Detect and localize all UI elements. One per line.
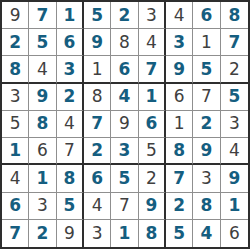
- cell-r9c5[interactable]: 1: [111, 220, 138, 247]
- cell-r6c5[interactable]: 3: [111, 138, 138, 165]
- cell-r7c6[interactable]: 2: [139, 165, 166, 192]
- cell-r9c3[interactable]: 9: [57, 220, 84, 247]
- cell-r5c8[interactable]: 2: [193, 111, 220, 138]
- cell-r7c4[interactable]: 6: [84, 165, 111, 192]
- cell-r4c5[interactable]: 4: [111, 84, 138, 111]
- cell-r6c9[interactable]: 4: [221, 138, 248, 165]
- cell-r2c1[interactable]: 2: [2, 29, 29, 56]
- cell-r3c3[interactable]: 3: [57, 56, 84, 83]
- cell-r1c2[interactable]: 7: [29, 2, 56, 29]
- cell-r4c1[interactable]: 3: [2, 84, 29, 111]
- cell-r5c6[interactable]: 6: [139, 111, 166, 138]
- cell-r7c8[interactable]: 3: [193, 165, 220, 192]
- cell-r3c8[interactable]: 5: [193, 56, 220, 83]
- cell-r2c3[interactable]: 6: [57, 29, 84, 56]
- cell-r1c8[interactable]: 6: [193, 2, 220, 29]
- cell-r9c7[interactable]: 5: [166, 220, 193, 247]
- cell-r6c2[interactable]: 6: [29, 138, 56, 165]
- cell-r5c4[interactable]: 7: [84, 111, 111, 138]
- cell-r8c2[interactable]: 3: [29, 193, 56, 220]
- cell-r2c5[interactable]: 8: [111, 29, 138, 56]
- cell-r8c7[interactable]: 2: [166, 193, 193, 220]
- cell-r6c6[interactable]: 5: [139, 138, 166, 165]
- cell-r9c2[interactable]: 2: [29, 220, 56, 247]
- cell-r1c7[interactable]: 4: [166, 2, 193, 29]
- cell-r2c6[interactable]: 4: [139, 29, 166, 56]
- cell-r5c1[interactable]: 5: [2, 111, 29, 138]
- cell-r1c3[interactable]: 1: [57, 2, 84, 29]
- cell-r9c9[interactable]: 6: [221, 220, 248, 247]
- cell-r6c7[interactable]: 8: [166, 138, 193, 165]
- cell-r2c8[interactable]: 1: [193, 29, 220, 56]
- cell-r7c2[interactable]: 1: [29, 165, 56, 192]
- cell-r3c4[interactable]: 1: [84, 56, 111, 83]
- cell-r7c5[interactable]: 5: [111, 165, 138, 192]
- cell-r8c4[interactable]: 4: [84, 193, 111, 220]
- cell-r4c7[interactable]: 6: [166, 84, 193, 111]
- cell-r1c4[interactable]: 5: [84, 2, 111, 29]
- cell-r2c7[interactable]: 3: [166, 29, 193, 56]
- cell-r3c9[interactable]: 2: [221, 56, 248, 83]
- cell-r4c4[interactable]: 8: [84, 84, 111, 111]
- cell-r5c5[interactable]: 9: [111, 111, 138, 138]
- cell-r7c9[interactable]: 9: [221, 165, 248, 192]
- cell-r8c3[interactable]: 5: [57, 193, 84, 220]
- cell-r1c6[interactable]: 3: [139, 2, 166, 29]
- cell-r7c3[interactable]: 8: [57, 165, 84, 192]
- cell-r5c7[interactable]: 1: [166, 111, 193, 138]
- cell-r5c2[interactable]: 8: [29, 111, 56, 138]
- cell-r5c9[interactable]: 3: [221, 111, 248, 138]
- cell-r7c7[interactable]: 7: [166, 165, 193, 192]
- cell-r9c4[interactable]: 3: [84, 220, 111, 247]
- cell-r8c9[interactable]: 1: [221, 193, 248, 220]
- cell-r2c2[interactable]: 5: [29, 29, 56, 56]
- cell-r3c5[interactable]: 6: [111, 56, 138, 83]
- cell-r9c8[interactable]: 4: [193, 220, 220, 247]
- cell-r4c2[interactable]: 9: [29, 84, 56, 111]
- cell-r4c9[interactable]: 5: [221, 84, 248, 111]
- cell-r9c1[interactable]: 7: [2, 220, 29, 247]
- cell-r7c1[interactable]: 4: [2, 165, 29, 192]
- sudoku-board: 9715234682569843178431679523928416755847…: [0, 0, 250, 249]
- cell-r5c3[interactable]: 4: [57, 111, 84, 138]
- cell-r8c6[interactable]: 9: [139, 193, 166, 220]
- cell-r8c8[interactable]: 8: [193, 193, 220, 220]
- cell-r4c3[interactable]: 2: [57, 84, 84, 111]
- cell-r3c1[interactable]: 8: [2, 56, 29, 83]
- cell-r4c8[interactable]: 7: [193, 84, 220, 111]
- cell-r1c9[interactable]: 8: [221, 2, 248, 29]
- cell-r9c6[interactable]: 8: [139, 220, 166, 247]
- cell-r3c2[interactable]: 4: [29, 56, 56, 83]
- cell-r1c5[interactable]: 2: [111, 2, 138, 29]
- cell-r8c5[interactable]: 7: [111, 193, 138, 220]
- cell-r4c6[interactable]: 1: [139, 84, 166, 111]
- cell-r3c6[interactable]: 7: [139, 56, 166, 83]
- cell-r1c1[interactable]: 9: [2, 2, 29, 29]
- cell-r3c7[interactable]: 9: [166, 56, 193, 83]
- cell-r8c1[interactable]: 6: [2, 193, 29, 220]
- cell-r6c1[interactable]: 1: [2, 138, 29, 165]
- cell-r2c4[interactable]: 9: [84, 29, 111, 56]
- cell-r6c4[interactable]: 2: [84, 138, 111, 165]
- cell-r6c3[interactable]: 7: [57, 138, 84, 165]
- cell-r6c8[interactable]: 9: [193, 138, 220, 165]
- cell-r2c9[interactable]: 7: [221, 29, 248, 56]
